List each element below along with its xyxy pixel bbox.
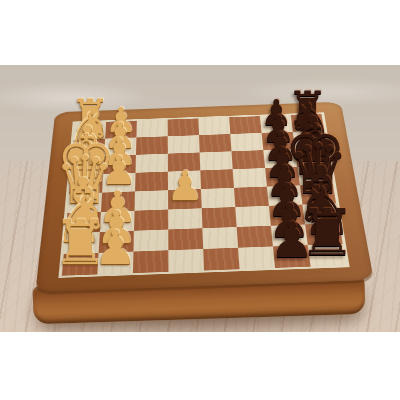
square-a8 <box>308 244 346 267</box>
square-f3 <box>136 154 168 173</box>
square-d8 <box>300 184 336 204</box>
square-e2 <box>102 173 135 193</box>
square-f6 <box>231 150 265 169</box>
square-e6 <box>233 168 267 188</box>
square-e4 <box>168 170 201 190</box>
square-h3 <box>136 120 167 138</box>
square-d1 <box>67 193 102 214</box>
square-g1 <box>72 139 105 158</box>
square-a7 <box>273 245 311 268</box>
square-a3 <box>133 250 169 273</box>
board-frame <box>35 102 373 292</box>
square-a5 <box>203 248 239 271</box>
square-g3 <box>136 136 168 155</box>
square-c2 <box>100 211 135 232</box>
square-g8 <box>293 131 327 149</box>
square-f4 <box>168 152 200 171</box>
chess-board <box>58 112 349 278</box>
square-h7 <box>260 115 293 133</box>
square-c1 <box>66 212 101 233</box>
square-e1 <box>69 174 103 194</box>
photo-chess-set <box>0 65 400 332</box>
square-a4 <box>168 249 204 272</box>
square-b2 <box>99 231 134 253</box>
square-h1 <box>74 122 106 140</box>
square-b1 <box>64 232 100 254</box>
square-h2 <box>105 121 137 139</box>
square-a1 <box>62 253 99 276</box>
square-h8 <box>291 114 324 132</box>
square-b7 <box>271 224 308 246</box>
square-g4 <box>168 135 200 153</box>
square-b5 <box>202 227 238 249</box>
square-c5 <box>202 207 237 228</box>
square-d7 <box>267 185 302 205</box>
square-d4 <box>168 189 202 209</box>
square-b8 <box>305 223 343 245</box>
square-f7 <box>263 149 297 168</box>
square-f1 <box>71 156 104 175</box>
square-d3 <box>135 190 169 211</box>
square-c6 <box>235 206 271 227</box>
square-b6 <box>237 226 273 248</box>
square-f8 <box>295 148 330 167</box>
square-c7 <box>269 205 305 226</box>
square-e8 <box>298 166 333 186</box>
square-b4 <box>168 228 203 250</box>
square-c8 <box>302 203 339 224</box>
square-d5 <box>201 188 235 208</box>
square-c4 <box>168 208 202 229</box>
square-b3 <box>133 229 168 251</box>
screenshot: ♜♟♟♜♞♟♟♞♝♟♟♝♚♟♟♚♛♟♟♛♝♟♟♝♞♟♟♞♜♟♟♜ <box>0 0 400 400</box>
square-a2 <box>97 252 133 275</box>
square-g7 <box>262 132 296 150</box>
square-e5 <box>200 169 234 189</box>
square-d2 <box>101 191 135 212</box>
square-g2 <box>104 137 136 156</box>
square-f2 <box>103 155 136 174</box>
square-e3 <box>135 172 168 192</box>
square-g6 <box>230 133 263 151</box>
chess-box <box>40 65 361 332</box>
square-e7 <box>265 167 300 187</box>
square-h5 <box>198 117 230 135</box>
square-f5 <box>200 151 233 170</box>
square-c3 <box>134 209 168 230</box>
square-h4 <box>168 118 199 136</box>
square-a6 <box>238 246 275 269</box>
square-d6 <box>234 187 269 207</box>
square-h6 <box>229 116 261 134</box>
square-g5 <box>199 134 231 152</box>
